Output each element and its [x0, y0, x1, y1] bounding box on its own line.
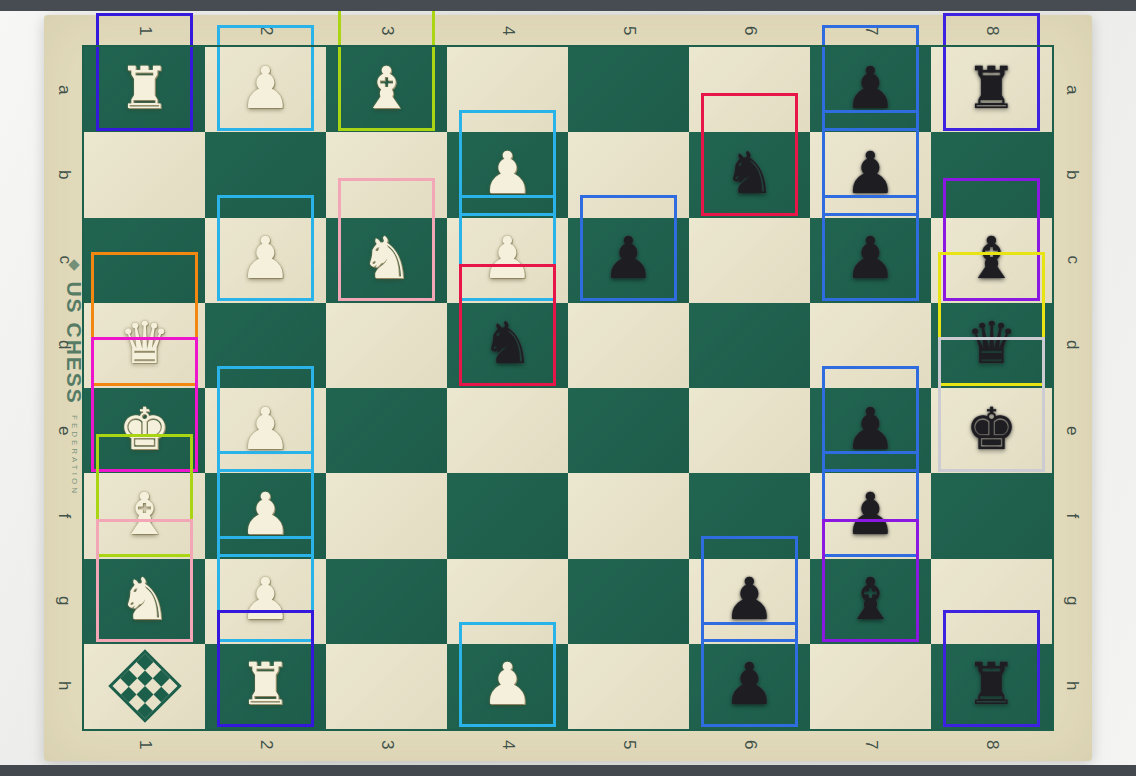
square-h8: ♜: [931, 644, 1052, 729]
top-rank-label-5: 5: [568, 15, 689, 47]
top-rank-label-7: 7: [810, 15, 931, 47]
top-rank-label-4: 4: [447, 15, 568, 47]
piece-black-pawn-c5: ♟: [568, 229, 689, 287]
square-a7: ♟: [810, 47, 931, 132]
piece-white-knight-g1: ♞: [84, 570, 205, 628]
right-file-label-c: c: [1052, 218, 1092, 303]
bottom-rank-label-5: 5: [568, 729, 689, 761]
square-g5: [568, 559, 689, 644]
piece-white-pawn-g2: ♟: [205, 570, 326, 628]
bottom-rank-label-7: 7: [810, 729, 931, 761]
left-file-label-b: b: [44, 132, 84, 217]
square-b2: [205, 132, 326, 217]
piece-white-pawn-h4: ♟: [447, 655, 568, 713]
square-h7: [810, 644, 931, 729]
piece-white-rook-h2: ♜: [205, 655, 326, 713]
knight-diamond-icon: ◆: [66, 255, 83, 273]
piece-white-knight-c3: ♞: [326, 229, 447, 287]
square-f4: [447, 473, 568, 558]
piece-white-queen-d1: ♛: [84, 314, 205, 372]
piece-white-king-e1: ♚: [84, 399, 205, 457]
square-e5: [568, 388, 689, 473]
square-c3: ♞: [326, 218, 447, 303]
piece-black-bishop-g7: ♝: [810, 570, 931, 628]
piece-black-pawn-b7: ♟: [810, 144, 931, 202]
top-rank-label-2: 2: [205, 15, 326, 47]
bottom-rank-label-2: 2: [205, 729, 326, 761]
us-chess-knight-logo-icon: [108, 650, 182, 724]
square-h4: ♟: [447, 644, 568, 729]
piece-white-rook-a1: ♜: [84, 58, 205, 116]
square-c1: [84, 218, 205, 303]
square-c7: ♟: [810, 218, 931, 303]
board-margin-corner: [1052, 15, 1092, 47]
square-h3: [326, 644, 447, 729]
square-b1: [84, 132, 205, 217]
top-rank-label-6: 6: [689, 15, 810, 47]
square-g7: ♝: [810, 559, 931, 644]
piece-white-bishop-a3: ♝: [326, 58, 447, 116]
bottom-rank-label-4: 4: [447, 729, 568, 761]
square-g6: ♟: [689, 559, 810, 644]
left-file-label-g: g: [44, 559, 84, 644]
square-f7: ♟: [810, 473, 931, 558]
square-d1: ♛: [84, 303, 205, 388]
piece-black-knight-d4: ♞: [447, 314, 568, 372]
left-file-label-h: h: [44, 644, 84, 729]
vinyl-chessboard: ◆ US CHESS FEDERATION 12345678a♜♟♝♟♜ab♟♞…: [44, 15, 1092, 761]
piece-black-pawn-c7: ♟: [810, 229, 931, 287]
photo-of-annotated-chessboard: ◆ US CHESS FEDERATION 12345678a♜♟♝♟♜ab♟♞…: [0, 0, 1136, 776]
piece-black-queen-d8: ♛: [931, 314, 1052, 372]
bottom-rank-label-6: 6: [689, 729, 810, 761]
square-c5: ♟: [568, 218, 689, 303]
piece-black-king-e8: ♚: [931, 399, 1052, 457]
square-d7: [810, 303, 931, 388]
left-file-label-a: a: [44, 47, 84, 132]
square-e7: ♟: [810, 388, 931, 473]
piece-black-rook-h8: ♜: [931, 655, 1052, 713]
board-margin-corner: [1052, 729, 1092, 761]
square-f1: ♝: [84, 473, 205, 558]
square-g8: [931, 559, 1052, 644]
piece-white-pawn-b4: ♟: [447, 144, 568, 202]
square-h6: ♟: [689, 644, 810, 729]
us-chess-federation-logo: ◆ US CHESS FEDERATION: [52, 255, 86, 496]
square-e2: ♟: [205, 388, 326, 473]
square-d3: [326, 303, 447, 388]
square-b3: [326, 132, 447, 217]
square-g1: ♞: [84, 559, 205, 644]
bottom-rank-label-8: 8: [931, 729, 1052, 761]
square-f6: [689, 473, 810, 558]
square-h1: [84, 644, 205, 729]
board-grid: 12345678a♜♟♝♟♜ab♟♞♟bc♟♞♟♟♟♝cd♛♞♛de♚♟♟♚ef…: [44, 15, 1092, 761]
square-d8: ♛: [931, 303, 1052, 388]
square-f3: [326, 473, 447, 558]
square-e8: ♚: [931, 388, 1052, 473]
square-d5: [568, 303, 689, 388]
square-b8: [931, 132, 1052, 217]
square-c6: [689, 218, 810, 303]
square-a8: ♜: [931, 47, 1052, 132]
piece-black-pawn-a7: ♟: [810, 58, 931, 116]
right-file-label-f: f: [1052, 473, 1092, 558]
square-f2: ♟: [205, 473, 326, 558]
square-d2: [205, 303, 326, 388]
board-margin-corner: [44, 15, 84, 47]
piece-white-bishop-f1: ♝: [84, 485, 205, 543]
piece-black-bishop-c8: ♝: [931, 229, 1052, 287]
right-file-label-h: h: [1052, 644, 1092, 729]
piece-black-pawn-g6: ♟: [689, 570, 810, 628]
square-a3: ♝: [326, 47, 447, 132]
right-file-label-a: a: [1052, 47, 1092, 132]
logo-text: US CHESS: [63, 281, 86, 404]
square-b5: [568, 132, 689, 217]
piece-white-pawn-c4: ♟: [447, 229, 568, 287]
square-c8: ♝: [931, 218, 1052, 303]
square-d6: [689, 303, 810, 388]
top-rank-label-3: 3: [326, 15, 447, 47]
square-c4: ♟: [447, 218, 568, 303]
piece-black-pawn-h6: ♟: [689, 655, 810, 713]
square-e4: [447, 388, 568, 473]
top-dark-strip: [0, 0, 1136, 11]
piece-white-pawn-f2: ♟: [205, 485, 326, 543]
square-b7: ♟: [810, 132, 931, 217]
square-b4: ♟: [447, 132, 568, 217]
square-h2: ♜: [205, 644, 326, 729]
square-a5: [568, 47, 689, 132]
square-h5: [568, 644, 689, 729]
piece-black-knight-b6: ♞: [689, 144, 810, 202]
square-g3: [326, 559, 447, 644]
right-file-label-d: d: [1052, 303, 1092, 388]
square-e1: ♚: [84, 388, 205, 473]
right-file-label-e: e: [1052, 388, 1092, 473]
square-a6: [689, 47, 810, 132]
square-b6: ♞: [689, 132, 810, 217]
logo-subtext: FEDERATION: [70, 415, 79, 496]
square-e3: [326, 388, 447, 473]
bottom-rank-label-3: 3: [326, 729, 447, 761]
right-file-label-g: g: [1052, 559, 1092, 644]
square-d4: ♞: [447, 303, 568, 388]
bottom-rank-label-1: 1: [84, 729, 205, 761]
piece-black-pawn-e7: ♟: [810, 399, 931, 457]
square-f8: [931, 473, 1052, 558]
piece-white-pawn-a2: ♟: [205, 58, 326, 116]
top-rank-label-8: 8: [931, 15, 1052, 47]
square-e6: [689, 388, 810, 473]
top-rank-label-1: 1: [84, 15, 205, 47]
square-g2: ♟: [205, 559, 326, 644]
square-g4: [447, 559, 568, 644]
bottom-dark-strip: [0, 765, 1136, 776]
square-a1: ♜: [84, 47, 205, 132]
piece-white-pawn-e2: ♟: [205, 399, 326, 457]
square-a2: ♟: [205, 47, 326, 132]
square-f5: [568, 473, 689, 558]
board-margin-corner: [44, 729, 84, 761]
piece-black-pawn-f7: ♟: [810, 485, 931, 543]
right-file-label-b: b: [1052, 132, 1092, 217]
piece-white-pawn-c2: ♟: [205, 229, 326, 287]
piece-black-rook-a8: ♜: [931, 58, 1052, 116]
square-c2: ♟: [205, 218, 326, 303]
square-a4: [447, 47, 568, 132]
